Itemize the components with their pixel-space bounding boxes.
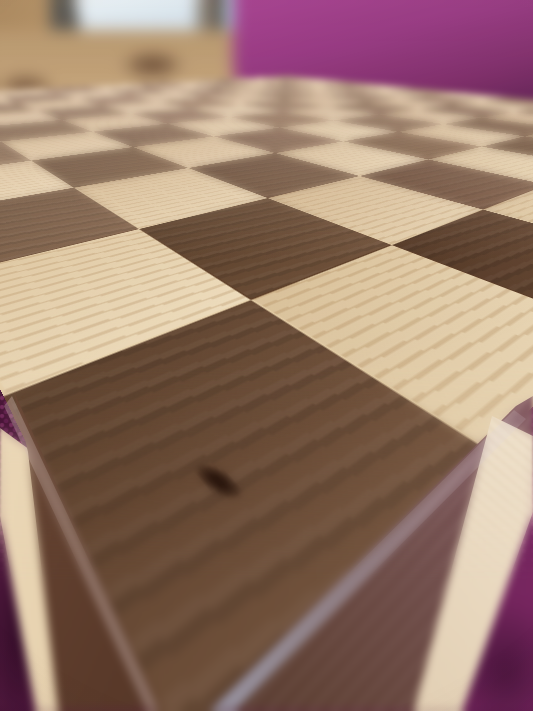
- photo-scene: [0, 0, 533, 711]
